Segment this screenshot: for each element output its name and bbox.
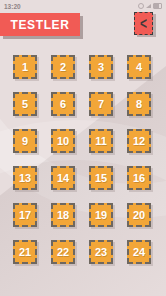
test-tile-2[interactable]: 2 bbox=[51, 55, 75, 79]
test-tile-3[interactable]: 3 bbox=[89, 55, 113, 79]
test-tile-6[interactable]: 6 bbox=[51, 92, 75, 116]
test-tile-17[interactable]: 17 bbox=[13, 203, 37, 227]
app-screen: 13:20 TESTLER < 123456789101112131415161… bbox=[0, 0, 166, 296]
test-tile-1[interactable]: 1 bbox=[13, 55, 37, 79]
back-chevron-icon: < bbox=[140, 16, 147, 32]
test-tile-7[interactable]: 7 bbox=[89, 92, 113, 116]
test-tile-22[interactable]: 22 bbox=[51, 240, 75, 264]
back-button[interactable]: < bbox=[134, 12, 153, 35]
test-tile-24[interactable]: 24 bbox=[127, 240, 151, 264]
test-tile-23[interactable]: 23 bbox=[89, 240, 113, 264]
test-grid: 123456789101112131415161718192021222324 bbox=[13, 55, 151, 264]
test-tile-20[interactable]: 20 bbox=[127, 203, 151, 227]
status-icons bbox=[138, 3, 162, 9]
test-tile-12[interactable]: 12 bbox=[127, 129, 151, 153]
test-tile-19[interactable]: 19 bbox=[89, 203, 113, 227]
test-tile-18[interactable]: 18 bbox=[51, 203, 75, 227]
test-tile-10[interactable]: 10 bbox=[51, 129, 75, 153]
signal-icon bbox=[146, 4, 151, 8]
test-tile-15[interactable]: 15 bbox=[89, 166, 113, 190]
page-title: TESTLER bbox=[0, 13, 80, 36]
clock-icon bbox=[138, 3, 144, 9]
test-tile-16[interactable]: 16 bbox=[127, 166, 151, 190]
test-tile-13[interactable]: 13 bbox=[13, 166, 37, 190]
test-tile-9[interactable]: 9 bbox=[13, 129, 37, 153]
test-tile-21[interactable]: 21 bbox=[13, 240, 37, 264]
test-tile-14[interactable]: 14 bbox=[51, 166, 75, 190]
test-tile-5[interactable]: 5 bbox=[13, 92, 37, 116]
test-tile-8[interactable]: 8 bbox=[127, 92, 151, 116]
battery-icon bbox=[153, 3, 162, 9]
status-bar: 13:20 bbox=[0, 0, 166, 12]
test-tile-4[interactable]: 4 bbox=[127, 55, 151, 79]
test-tile-11[interactable]: 11 bbox=[89, 129, 113, 153]
page-title-label: TESTLER bbox=[11, 18, 70, 32]
status-time: 13:20 bbox=[4, 3, 21, 10]
